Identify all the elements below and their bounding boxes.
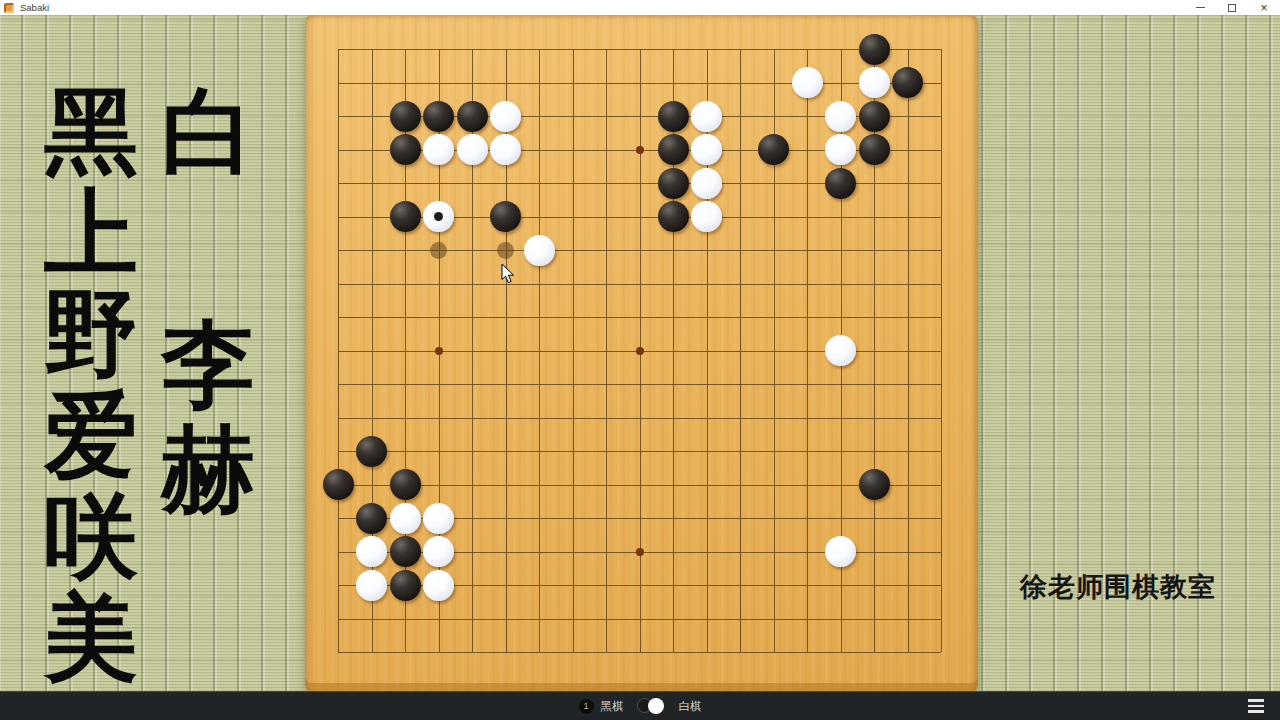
stone-white [490, 134, 521, 165]
stone-black [390, 201, 421, 232]
stone-black [892, 67, 923, 98]
stone-white [423, 134, 454, 165]
stone-black [356, 436, 387, 467]
stone-white [691, 168, 722, 199]
black-player-label[interactable]: 黑棋 [601, 699, 624, 714]
stone-white [691, 201, 722, 232]
hoshi-point [636, 548, 644, 556]
window-controls: × [1184, 0, 1280, 15]
stone-white [423, 503, 454, 534]
stone-black [859, 34, 890, 65]
stone-black [390, 134, 421, 165]
stone-black [457, 101, 488, 132]
stone-white [691, 134, 722, 165]
player-name-char: 美 [43, 588, 139, 688]
restore-icon [1228, 4, 1236, 12]
stone-black [825, 168, 856, 199]
stone-black [859, 134, 890, 165]
black-captures-badge: 1 [579, 699, 594, 714]
stone-black [658, 101, 689, 132]
stone-black [658, 168, 689, 199]
white-player-name-column: 白李赫 [160, 82, 256, 520]
stone-black [423, 101, 454, 132]
stone-black [859, 469, 890, 500]
hoshi-point [636, 146, 644, 154]
stone-black [390, 101, 421, 132]
stone-white [825, 101, 856, 132]
close-icon: × [1260, 2, 1267, 14]
player-name-char: 赫 [160, 420, 256, 520]
stone-black [758, 134, 789, 165]
player-name-char: 李 [160, 315, 256, 415]
stone-black [390, 536, 421, 567]
player-name-char: 咲 [43, 487, 139, 587]
stone-black [490, 201, 521, 232]
close-button[interactable]: × [1248, 0, 1280, 15]
stone-white [524, 235, 555, 266]
stone-white [356, 570, 387, 601]
stone-white [825, 335, 856, 366]
stone-white [859, 67, 890, 98]
stone-black [323, 469, 354, 500]
mouse-cursor [501, 263, 515, 284]
white-stone-icon [648, 698, 664, 714]
stone-black [658, 201, 689, 232]
player-name-char: 黑 [43, 82, 139, 182]
stone-white [792, 67, 823, 98]
turn-toggle[interactable] [637, 698, 665, 714]
stone-black [356, 503, 387, 534]
window-title: Sabaki [20, 2, 49, 13]
bottom-bar: 1 黑棋 白棋 [0, 691, 1280, 720]
player-name-char: 上 [43, 183, 139, 283]
restore-button[interactable] [1216, 0, 1248, 15]
title-bar: Sabaki × [0, 0, 1280, 15]
minimize-icon [1196, 7, 1205, 8]
stone-white [457, 134, 488, 165]
stone-white [423, 536, 454, 567]
stone-white [825, 536, 856, 567]
app-window: Sabaki × 黑上野爱咲美 白李赫 徐老师围棋教室 1 黑棋 白棋 [0, 0, 1280, 720]
player-name-char: 野 [43, 284, 139, 384]
stone-white [390, 503, 421, 534]
watermark-text: 徐老师围棋教室 [1020, 569, 1216, 605]
stone-white [825, 134, 856, 165]
app-icon [4, 3, 14, 13]
variation-marker[interactable] [497, 242, 514, 259]
stone-white [490, 101, 521, 132]
black-player-name-column: 黑上野爱咲美 [43, 82, 139, 688]
stone-black [390, 469, 421, 500]
variation-marker[interactable] [430, 242, 447, 259]
go-board[interactable] [305, 15, 978, 692]
stone-black [390, 570, 421, 601]
hoshi-point [636, 347, 644, 355]
stone-white [423, 570, 454, 601]
player-name-char: 白 [160, 82, 256, 182]
stone-white [356, 536, 387, 567]
player-name-char: 爱 [43, 386, 139, 486]
hoshi-point [435, 347, 443, 355]
stone-black [859, 101, 890, 132]
stone-white [691, 101, 722, 132]
minimize-button[interactable] [1184, 0, 1216, 15]
menu-button[interactable] [1248, 699, 1264, 713]
last-move-marker [434, 212, 443, 221]
white-player-label[interactable]: 白棋 [679, 699, 702, 714]
stone-black [658, 134, 689, 165]
